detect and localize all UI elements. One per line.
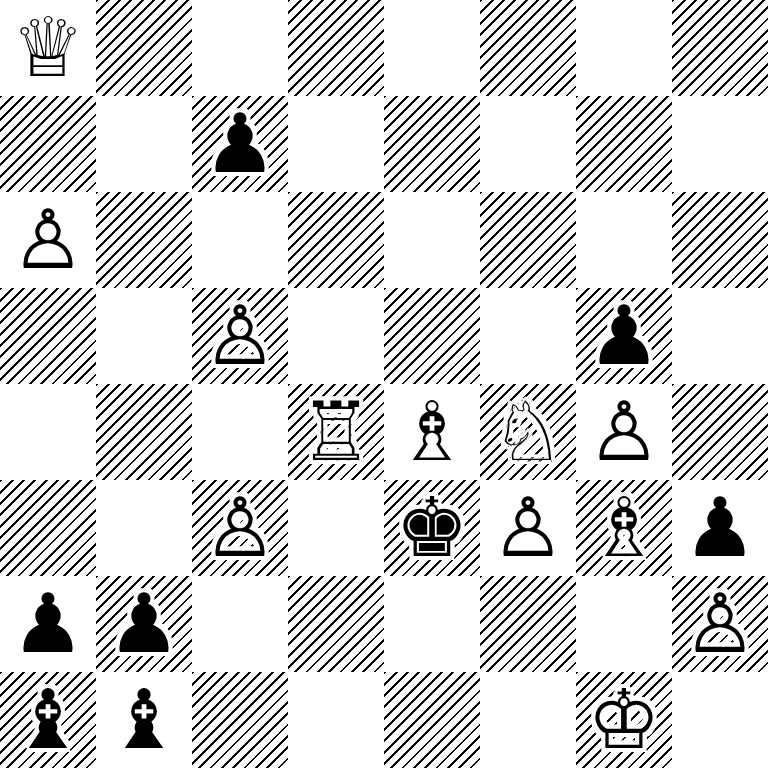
piece-white-knight[interactable]: ♘ [491,384,565,480]
square-g2[interactable] [576,576,672,672]
square-e1[interactable] [384,672,480,768]
square-c8[interactable] [192,0,288,96]
piece-white-king[interactable]: ♔ [587,672,661,768]
square-h8[interactable] [672,0,768,96]
square-c7[interactable]: ♟ [192,96,288,192]
square-d5[interactable] [288,288,384,384]
square-d8[interactable] [288,0,384,96]
square-g1[interactable]: ♔ [576,672,672,768]
square-g5[interactable]: ♟ [576,288,672,384]
square-b4[interactable] [96,384,192,480]
square-g4[interactable]: ♙ [576,384,672,480]
square-g6[interactable] [576,192,672,288]
square-d7[interactable] [288,96,384,192]
piece-black-bishop[interactable]: ♝ [107,672,181,768]
square-e5[interactable] [384,288,480,384]
square-b3[interactable] [96,480,192,576]
square-a1[interactable]: ♝ [0,672,96,768]
square-h5[interactable] [672,288,768,384]
square-g3[interactable]: ♗ [576,480,672,576]
piece-white-pawn[interactable]: ♙ [11,192,85,288]
square-d4[interactable]: ♖ [288,384,384,480]
square-b6[interactable] [96,192,192,288]
square-c4[interactable] [192,384,288,480]
square-h1[interactable] [672,672,768,768]
square-d1[interactable] [288,672,384,768]
square-e8[interactable] [384,0,480,96]
square-g7[interactable] [576,96,672,192]
piece-white-rook[interactable]: ♖ [299,384,373,480]
square-e6[interactable] [384,192,480,288]
square-a3[interactable] [0,480,96,576]
piece-white-pawn[interactable]: ♙ [587,384,661,480]
square-b7[interactable] [96,96,192,192]
piece-black-pawn[interactable]: ♟ [683,480,757,576]
square-h4[interactable] [672,384,768,480]
square-b5[interactable] [96,288,192,384]
square-f7[interactable] [480,96,576,192]
square-a2[interactable]: ♟ [0,576,96,672]
square-c6[interactable] [192,192,288,288]
square-b1[interactable]: ♝ [96,672,192,768]
square-a5[interactable] [0,288,96,384]
square-c5[interactable]: ♙ [192,288,288,384]
square-f1[interactable] [480,672,576,768]
square-g8[interactable] [576,0,672,96]
square-b2[interactable]: ♟ [96,576,192,672]
square-c1[interactable] [192,672,288,768]
square-c2[interactable] [192,576,288,672]
piece-black-king[interactable]: ♚ [395,480,469,576]
piece-white-pawn[interactable]: ♙ [203,480,277,576]
square-e7[interactable] [384,96,480,192]
piece-black-pawn[interactable]: ♟ [203,96,277,192]
square-d2[interactable] [288,576,384,672]
piece-black-pawn[interactable]: ♟ [11,576,85,672]
square-a8[interactable]: ♕ [0,0,96,96]
square-f8[interactable] [480,0,576,96]
piece-white-pawn[interactable]: ♙ [683,576,757,672]
square-f4[interactable]: ♘ [480,384,576,480]
square-d3[interactable] [288,480,384,576]
piece-black-pawn[interactable]: ♟ [107,576,181,672]
piece-black-bishop[interactable]: ♝ [11,672,85,768]
square-c3[interactable]: ♙ [192,480,288,576]
piece-black-pawn[interactable]: ♟ [587,288,661,384]
square-a6[interactable]: ♙ [0,192,96,288]
square-h7[interactable] [672,96,768,192]
square-b8[interactable] [96,0,192,96]
square-e2[interactable] [384,576,480,672]
square-f6[interactable] [480,192,576,288]
square-h2[interactable]: ♙ [672,576,768,672]
piece-white-queen[interactable]: ♕ [11,0,85,96]
chess-board: ♕♟♙♙♟♖♗♘♙♙♚♙♗♟♟♟♙♝♝♔ [0,0,768,768]
piece-white-pawn[interactable]: ♙ [203,288,277,384]
square-f2[interactable] [480,576,576,672]
square-f5[interactable] [480,288,576,384]
square-e3[interactable]: ♚ [384,480,480,576]
piece-white-bishop[interactable]: ♗ [587,480,661,576]
square-h3[interactable]: ♟ [672,480,768,576]
square-d6[interactable] [288,192,384,288]
square-e4[interactable]: ♗ [384,384,480,480]
piece-white-bishop[interactable]: ♗ [395,384,469,480]
square-a7[interactable] [0,96,96,192]
square-f3[interactable]: ♙ [480,480,576,576]
square-h6[interactable] [672,192,768,288]
piece-white-pawn[interactable]: ♙ [491,480,565,576]
square-a4[interactable] [0,384,96,480]
